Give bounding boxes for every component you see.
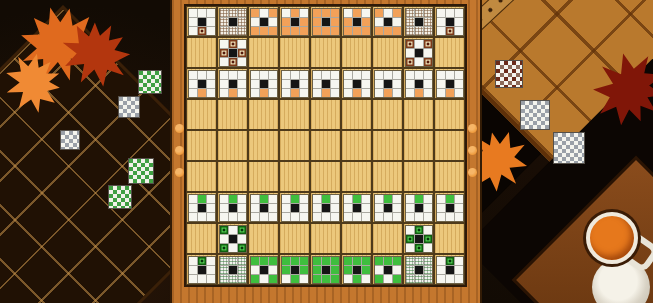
cell-r4c2[interactable] [217, 99, 248, 130]
cell-r1c9[interactable] [434, 6, 465, 37]
piece-tile [353, 275, 361, 283]
piece-tile [393, 257, 401, 265]
piece-tile [375, 213, 383, 221]
cell-r7c7[interactable] [372, 192, 403, 223]
piece-tile [344, 213, 352, 221]
cell-r1c4[interactable] [279, 6, 310, 37]
piece-tile [282, 89, 290, 97]
cell-r4c4[interactable] [279, 99, 310, 130]
piece-tile [375, 195, 383, 203]
piece-tile [251, 257, 259, 265]
piece-tile [260, 80, 268, 88]
piece-tile [189, 257, 197, 265]
cell-r1c8[interactable] [403, 6, 434, 37]
piece-tile [406, 18, 414, 26]
piece-tile [220, 9, 228, 17]
piece-gote-pawn[interactable] [343, 70, 371, 98]
piece-tile [251, 27, 259, 35]
cell-r6c7[interactable] [372, 161, 403, 192]
cell-r5c2[interactable] [217, 130, 248, 161]
cell-r1c6[interactable] [341, 6, 372, 37]
cell-r7c9[interactable] [434, 192, 465, 223]
piece-tile [362, 18, 370, 26]
piece-gote-silver[interactable] [374, 8, 402, 36]
cell-r8c3[interactable] [248, 223, 279, 254]
piece-tile [415, 27, 423, 35]
piece-tile [415, 80, 423, 88]
piece-tile [269, 213, 277, 221]
bg-checker-piece [60, 130, 80, 150]
piece-sente-lance[interactable] [188, 256, 216, 284]
cell-r9c1[interactable] [186, 254, 217, 285]
piece-sente-gold[interactable] [343, 256, 371, 284]
piece-tile [282, 80, 290, 88]
cell-r6c2[interactable] [217, 161, 248, 192]
piece-gote-rook[interactable] [219, 39, 247, 67]
piece-tile [207, 195, 215, 203]
piece-tile [353, 27, 361, 35]
piece-tile [384, 204, 392, 212]
piece-gote-gold[interactable] [343, 8, 371, 36]
piece-tile [455, 18, 463, 26]
cell-r2c7[interactable] [372, 37, 403, 68]
cell-r7c4[interactable] [279, 192, 310, 223]
piece-tile [238, 213, 246, 221]
piece-tile [362, 213, 370, 221]
cell-r3c9[interactable] [434, 68, 465, 99]
piece-tile [331, 275, 339, 283]
piece-tile [198, 257, 206, 265]
piece-sente-knight[interactable] [219, 256, 247, 284]
piece-gote-knight[interactable] [405, 8, 433, 36]
cell-r7c2[interactable] [217, 192, 248, 223]
piece-tile [229, 80, 237, 88]
piece-tile [269, 257, 277, 265]
piece-sente-pawn[interactable] [374, 194, 402, 222]
piece-gote-gold[interactable] [281, 8, 309, 36]
piece-tile [415, 89, 423, 97]
piece-tile [189, 213, 197, 221]
piece-tile [291, 195, 299, 203]
piece-tile [300, 195, 308, 203]
piece-tile [424, 27, 432, 35]
piece-tile [238, 266, 246, 274]
piece-tile [313, 204, 321, 212]
cell-r2c5[interactable] [310, 37, 341, 68]
piece-tile [455, 257, 463, 265]
piece-tile [375, 80, 383, 88]
piece-tile [269, 195, 277, 203]
piece-tile [260, 18, 268, 26]
cell-r8c6[interactable] [341, 223, 372, 254]
piece-tile [313, 89, 321, 97]
piece-tile [229, 195, 237, 203]
piece-tile [331, 257, 339, 265]
piece-tile [322, 9, 330, 17]
piece-tile [446, 204, 454, 212]
piece-tile [384, 9, 392, 17]
cell-r3c2[interactable] [217, 68, 248, 99]
piece-gote-pawn[interactable] [219, 70, 247, 98]
piece-tile [260, 213, 268, 221]
piece-tile [424, 80, 432, 88]
cell-r5c5[interactable] [310, 130, 341, 161]
cell-r6c5[interactable] [310, 161, 341, 192]
cell-r5c9[interactable] [434, 130, 465, 161]
piece-sente-bishop[interactable] [219, 225, 247, 253]
cell-r7c6[interactable] [341, 192, 372, 223]
piece-tile [353, 266, 361, 274]
piece-tile [406, 9, 414, 17]
piece-tile [238, 58, 246, 66]
piece-tile [229, 49, 237, 57]
cell-r4c5[interactable] [310, 99, 341, 130]
piece-tile [362, 257, 370, 265]
piece-tile [384, 195, 392, 203]
piece-tile [220, 244, 228, 252]
cell-r4c9[interactable] [434, 99, 465, 130]
piece-tile [313, 213, 321, 221]
frame-dot [175, 124, 184, 133]
piece-tile [384, 213, 392, 221]
bg-checker-piece [128, 158, 154, 184]
piece-tile [322, 275, 330, 283]
piece-sente-pawn[interactable] [281, 194, 309, 222]
cell-r3c1[interactable] [186, 68, 217, 99]
cell-r6c8[interactable] [403, 161, 434, 192]
piece-tile [238, 89, 246, 97]
piece-tile [322, 204, 330, 212]
piece-tile [313, 71, 321, 79]
piece-tile [198, 89, 206, 97]
piece-tile [406, 80, 414, 88]
piece-tile [238, 244, 246, 252]
piece-tile [446, 18, 454, 26]
piece-tile [415, 18, 423, 26]
cell-r1c3[interactable] [248, 6, 279, 37]
cell-r9c4[interactable] [279, 254, 310, 285]
piece-tile [260, 204, 268, 212]
piece-tile [362, 266, 370, 274]
piece-gote-silver[interactable] [250, 8, 278, 36]
piece-tile [220, 195, 228, 203]
cell-r3c7[interactable] [372, 68, 403, 99]
piece-sente-pawn[interactable] [436, 194, 464, 222]
piece-tile [322, 195, 330, 203]
piece-tile [393, 9, 401, 17]
piece-tile [322, 266, 330, 274]
piece-tile [198, 204, 206, 212]
piece-tile [313, 18, 321, 26]
piece-tile [406, 235, 414, 243]
cell-r5c8[interactable] [403, 130, 434, 161]
piece-sente-pawn[interactable] [312, 194, 340, 222]
cell-r5c6[interactable] [341, 130, 372, 161]
cell-r8c7[interactable] [372, 223, 403, 254]
cell-r1c2[interactable] [217, 6, 248, 37]
piece-tile [322, 89, 330, 97]
cell-r9c6[interactable] [341, 254, 372, 285]
piece-tile [313, 27, 321, 35]
piece-sente-pawn[interactable] [250, 194, 278, 222]
piece-tile [375, 89, 383, 97]
piece-gote-lance[interactable] [188, 8, 216, 36]
cell-r8c2[interactable] [217, 223, 248, 254]
piece-tile [282, 204, 290, 212]
piece-tile [291, 266, 299, 274]
piece-tile [424, 235, 432, 243]
piece-tile [220, 49, 228, 57]
cell-r8c1[interactable] [186, 223, 217, 254]
cell-r5c7[interactable] [372, 130, 403, 161]
piece-tile [415, 235, 423, 243]
piece-tile [220, 213, 228, 221]
piece-tile [415, 213, 423, 221]
piece-gote-pawn[interactable] [188, 70, 216, 98]
cell-r8c9[interactable] [434, 223, 465, 254]
cell-r3c6[interactable] [341, 68, 372, 99]
cell-r2c8[interactable] [403, 37, 434, 68]
piece-gote-pawn[interactable] [250, 70, 278, 98]
piece-sente-silver[interactable] [374, 256, 402, 284]
piece-tile [300, 18, 308, 26]
cell-r4c6[interactable] [341, 99, 372, 130]
piece-tile [322, 18, 330, 26]
cell-r1c5[interactable] [310, 6, 341, 37]
cell-r4c8[interactable] [403, 99, 434, 130]
piece-tile [300, 257, 308, 265]
cell-r2c3[interactable] [248, 37, 279, 68]
piece-gote-knight[interactable] [219, 8, 247, 36]
piece-tile [269, 18, 277, 26]
piece-tile [375, 18, 383, 26]
cell-r1c7[interactable] [372, 6, 403, 37]
piece-tile [437, 18, 445, 26]
cell-r9c9[interactable] [434, 254, 465, 285]
piece-gote-pawn[interactable] [374, 70, 402, 98]
piece-sente-king[interactable] [312, 256, 340, 284]
piece-tile [300, 9, 308, 17]
piece-tile [238, 9, 246, 17]
cell-r3c5[interactable] [310, 68, 341, 99]
piece-tile [220, 80, 228, 88]
piece-tile [229, 89, 237, 97]
piece-sente-pawn[interactable] [405, 194, 433, 222]
piece-tile [331, 27, 339, 35]
piece-tile [344, 204, 352, 212]
piece-gote-pawn[interactable] [312, 70, 340, 98]
piece-tile [282, 195, 290, 203]
piece-tile [393, 71, 401, 79]
piece-tile [344, 18, 352, 26]
cell-r6c1[interactable] [186, 161, 217, 192]
cell-r2c9[interactable] [434, 37, 465, 68]
piece-tile [353, 18, 361, 26]
piece-tile [437, 257, 445, 265]
piece-tile [331, 9, 339, 17]
piece-tile [446, 257, 454, 265]
piece-tile [229, 18, 237, 26]
cell-r6c9[interactable] [434, 161, 465, 192]
piece-sente-rook[interactable] [405, 225, 433, 253]
cell-r8c5[interactable] [310, 223, 341, 254]
cell-r3c8[interactable] [403, 68, 434, 99]
piece-tile [331, 266, 339, 274]
piece-tile [207, 275, 215, 283]
cell-r9c8[interactable] [403, 254, 434, 285]
piece-tile [437, 204, 445, 212]
piece-tile [220, 226, 228, 234]
piece-tile [437, 9, 445, 17]
piece-tile [207, 18, 215, 26]
piece-tile [384, 275, 392, 283]
piece-sente-pawn[interactable] [188, 194, 216, 222]
piece-tile [331, 89, 339, 97]
cell-r9c3[interactable] [248, 254, 279, 285]
piece-sente-gold[interactable] [281, 256, 309, 284]
piece-gote-pawn[interactable] [281, 70, 309, 98]
cell-r3c4[interactable] [279, 68, 310, 99]
piece-gote-lance[interactable] [436, 8, 464, 36]
piece-sente-lance[interactable] [436, 256, 464, 284]
piece-tile [229, 235, 237, 243]
piece-tile [291, 257, 299, 265]
cell-r9c7[interactable] [372, 254, 403, 285]
piece-tile [393, 80, 401, 88]
piece-tile [300, 266, 308, 274]
shogi-board-frame [170, 0, 482, 303]
piece-tile [313, 9, 321, 17]
piece-tile [220, 71, 228, 79]
cell-r8c4[interactable] [279, 223, 310, 254]
piece-sente-pawn[interactable] [343, 194, 371, 222]
piece-gote-pawn[interactable] [436, 70, 464, 98]
cell-r6c3[interactable] [248, 161, 279, 192]
piece-tile [238, 195, 246, 203]
piece-tile [189, 89, 197, 97]
cell-r5c3[interactable] [248, 130, 279, 161]
piece-tile [344, 89, 352, 97]
piece-tile [238, 257, 246, 265]
tea-cup-icon [586, 212, 638, 264]
piece-tile [198, 266, 206, 274]
cell-r5c1[interactable] [186, 130, 217, 161]
cell-r7c5[interactable] [310, 192, 341, 223]
piece-tile [220, 235, 228, 243]
piece-tile [260, 89, 268, 97]
piece-tile [353, 89, 361, 97]
piece-tile [353, 80, 361, 88]
piece-gote-king[interactable] [312, 8, 340, 36]
cell-r9c2[interactable] [217, 254, 248, 285]
piece-tile [189, 266, 197, 274]
piece-tile [238, 18, 246, 26]
piece-tile [415, 204, 423, 212]
piece-tile [251, 275, 259, 283]
piece-tile [291, 27, 299, 35]
piece-tile [406, 213, 414, 221]
piece-tile [424, 89, 432, 97]
cell-r6c6[interactable] [341, 161, 372, 192]
piece-gote-bishop[interactable] [405, 39, 433, 67]
piece-tile [406, 49, 414, 57]
piece-tile [331, 195, 339, 203]
piece-tile [424, 195, 432, 203]
piece-tile [189, 18, 197, 26]
piece-tile [393, 89, 401, 97]
piece-tile [238, 235, 246, 243]
piece-tile [260, 266, 268, 274]
piece-tile [362, 89, 370, 97]
piece-tile [198, 275, 206, 283]
piece-tile [300, 27, 308, 35]
cell-r4c1[interactable] [186, 99, 217, 130]
cell-r4c3[interactable] [248, 99, 279, 130]
cell-r2c6[interactable] [341, 37, 372, 68]
piece-tile [406, 226, 414, 234]
cell-r9c5[interactable] [310, 254, 341, 285]
frame-dot [175, 146, 184, 155]
piece-tile [238, 49, 246, 57]
piece-sente-pawn[interactable] [219, 194, 247, 222]
piece-sente-knight[interactable] [405, 256, 433, 284]
piece-tile [455, 213, 463, 221]
piece-sente-silver[interactable] [250, 256, 278, 284]
cell-r2c4[interactable] [279, 37, 310, 68]
cell-r8c8[interactable] [403, 223, 434, 254]
piece-tile [207, 9, 215, 17]
piece-tile [269, 80, 277, 88]
cell-r3c3[interactable] [248, 68, 279, 99]
piece-tile [415, 9, 423, 17]
piece-tile [238, 40, 246, 48]
piece-tile [446, 80, 454, 88]
cell-r4c7[interactable] [372, 99, 403, 130]
piece-tile [455, 204, 463, 212]
cell-r7c8[interactable] [403, 192, 434, 223]
piece-tile [393, 27, 401, 35]
piece-tile [282, 257, 290, 265]
piece-tile [198, 213, 206, 221]
piece-tile [424, 49, 432, 57]
cell-r1c1[interactable] [186, 6, 217, 37]
piece-tile [353, 257, 361, 265]
cell-r7c1[interactable] [186, 192, 217, 223]
bg-checker-piece [553, 132, 585, 164]
cell-r2c1[interactable] [186, 37, 217, 68]
piece-tile [229, 40, 237, 48]
piece-gote-pawn[interactable] [405, 70, 433, 98]
cell-r5c4[interactable] [279, 130, 310, 161]
piece-tile [406, 266, 414, 274]
piece-tile [344, 80, 352, 88]
piece-tile [344, 71, 352, 79]
piece-tile [331, 71, 339, 79]
piece-tile [291, 89, 299, 97]
piece-tile [313, 195, 321, 203]
cell-r7c3[interactable] [248, 192, 279, 223]
piece-tile [282, 18, 290, 26]
piece-tile [251, 204, 259, 212]
piece-tile [331, 204, 339, 212]
piece-tile [229, 244, 237, 252]
piece-tile [229, 71, 237, 79]
cell-r2c2[interactable] [217, 37, 248, 68]
bg-checker-piece [138, 70, 162, 94]
cell-r6c4[interactable] [279, 161, 310, 192]
piece-tile [446, 27, 454, 35]
piece-tile [198, 27, 206, 35]
